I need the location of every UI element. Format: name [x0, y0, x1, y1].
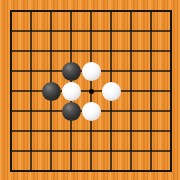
star-point	[89, 89, 94, 94]
white-stone-E4	[82, 102, 101, 121]
intersection-C4[interactable]	[41, 101, 61, 121]
intersection-E1[interactable]	[81, 161, 101, 180]
intersection-E5[interactable]	[81, 81, 101, 101]
intersection-D9[interactable]	[61, 1, 81, 21]
intersection-B3[interactable]	[21, 121, 41, 141]
intersection-C9[interactable]	[41, 1, 61, 21]
intersection-J7[interactable]	[161, 41, 180, 61]
intersection-H2[interactable]	[141, 141, 161, 161]
intersection-G6[interactable]	[121, 61, 141, 81]
intersection-D5[interactable]	[61, 81, 81, 101]
intersection-G9[interactable]	[121, 1, 141, 21]
intersection-F2[interactable]	[101, 141, 121, 161]
intersection-H5[interactable]	[141, 81, 161, 101]
intersection-B2[interactable]	[21, 141, 41, 161]
go-board	[0, 0, 180, 180]
intersection-F8[interactable]	[101, 21, 121, 41]
intersection-C1[interactable]	[41, 161, 61, 180]
intersection-A9[interactable]	[1, 1, 21, 21]
intersection-C5[interactable]	[41, 81, 61, 101]
intersection-D8[interactable]	[61, 21, 81, 41]
intersection-A3[interactable]	[1, 121, 21, 141]
intersection-G5[interactable]	[121, 81, 141, 101]
intersection-J3[interactable]	[161, 121, 180, 141]
intersection-F5[interactable]	[101, 81, 121, 101]
intersection-E3[interactable]	[81, 121, 101, 141]
intersection-F9[interactable]	[101, 1, 121, 21]
intersection-F3[interactable]	[101, 121, 121, 141]
intersection-G1[interactable]	[121, 161, 141, 180]
white-stone-D5	[62, 82, 81, 101]
intersection-J4[interactable]	[161, 101, 180, 121]
intersection-B6[interactable]	[21, 61, 41, 81]
intersection-C2[interactable]	[41, 141, 61, 161]
intersection-A4[interactable]	[1, 101, 21, 121]
intersection-B7[interactable]	[21, 41, 41, 61]
intersection-D2[interactable]	[61, 141, 81, 161]
intersection-J2[interactable]	[161, 141, 180, 161]
intersection-B1[interactable]	[21, 161, 41, 180]
intersection-B8[interactable]	[21, 21, 41, 41]
white-stone-E6	[82, 62, 101, 81]
intersection-C6[interactable]	[41, 61, 61, 81]
intersection-A8[interactable]	[1, 21, 21, 41]
intersection-A7[interactable]	[1, 41, 21, 61]
intersection-H9[interactable]	[141, 1, 161, 21]
intersection-C7[interactable]	[41, 41, 61, 61]
intersection-E9[interactable]	[81, 1, 101, 21]
intersection-F4[interactable]	[101, 101, 121, 121]
intersection-B5[interactable]	[21, 81, 41, 101]
intersection-B4[interactable]	[21, 101, 41, 121]
intersection-H3[interactable]	[141, 121, 161, 141]
intersection-A1[interactable]	[1, 161, 21, 180]
intersection-J8[interactable]	[161, 21, 180, 41]
intersection-G2[interactable]	[121, 141, 141, 161]
intersection-E7[interactable]	[81, 41, 101, 61]
intersection-A2[interactable]	[1, 141, 21, 161]
intersection-E6[interactable]	[81, 61, 101, 81]
intersection-D7[interactable]	[61, 41, 81, 61]
intersection-G4[interactable]	[121, 101, 141, 121]
black-stone-D4	[62, 102, 81, 121]
intersection-F7[interactable]	[101, 41, 121, 61]
intersection-F1[interactable]	[101, 161, 121, 180]
intersection-D4[interactable]	[61, 101, 81, 121]
intersection-D1[interactable]	[61, 161, 81, 180]
black-stone-C5	[42, 82, 61, 101]
board-grid	[1, 1, 180, 180]
intersection-E2[interactable]	[81, 141, 101, 161]
intersection-D6[interactable]	[61, 61, 81, 81]
intersection-G7[interactable]	[121, 41, 141, 61]
intersection-H8[interactable]	[141, 21, 161, 41]
intersection-C3[interactable]	[41, 121, 61, 141]
intersection-H1[interactable]	[141, 161, 161, 180]
intersection-J6[interactable]	[161, 61, 180, 81]
white-stone-F5	[102, 82, 121, 101]
intersection-E8[interactable]	[81, 21, 101, 41]
intersection-F6[interactable]	[101, 61, 121, 81]
intersection-G8[interactable]	[121, 21, 141, 41]
intersection-J5[interactable]	[161, 81, 180, 101]
intersection-C8[interactable]	[41, 21, 61, 41]
intersection-H4[interactable]	[141, 101, 161, 121]
intersection-A5[interactable]	[1, 81, 21, 101]
intersection-B9[interactable]	[21, 1, 41, 21]
intersection-G3[interactable]	[121, 121, 141, 141]
intersection-H7[interactable]	[141, 41, 161, 61]
intersection-D3[interactable]	[61, 121, 81, 141]
intersection-E4[interactable]	[81, 101, 101, 121]
intersection-A6[interactable]	[1, 61, 21, 81]
intersection-H6[interactable]	[141, 61, 161, 81]
intersection-J9[interactable]	[161, 1, 180, 21]
black-stone-D6	[62, 62, 81, 81]
intersection-J1[interactable]	[161, 161, 180, 180]
